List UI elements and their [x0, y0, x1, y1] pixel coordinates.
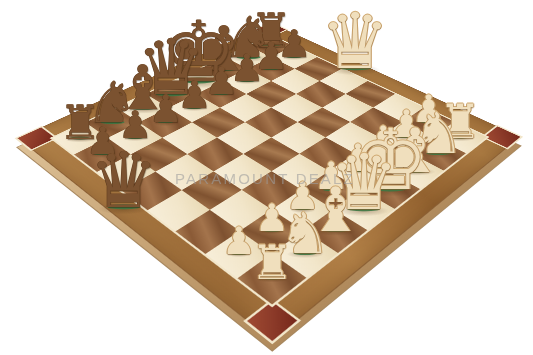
chess-set-product-photo: ♜♞♝♛♚♝♞♜♟♟♟♟♟♟♟♟♟♟♟♟♟♟♟♟♜♞♝♛♚♝♞♜♛♛ PARAM… [0, 0, 533, 355]
piece-black-extra-queen-border[interactable]: ♛ [89, 142, 158, 219]
piece-black-pawn-c7[interactable]: ♟ [148, 90, 182, 128]
piece-white-rook-a1[interactable]: ♜ [251, 239, 293, 286]
piece-white-extra-queen-border[interactable]: ♛ [321, 3, 390, 80]
watermark: PARAMOUNT DEALZ [175, 170, 355, 187]
